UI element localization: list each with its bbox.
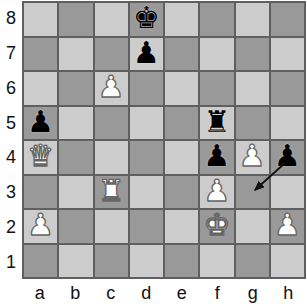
square-f2[interactable]: ♚ <box>200 210 233 243</box>
square-f3[interactable]: ♟ <box>200 176 233 209</box>
square-d7[interactable]: ♟ <box>130 38 163 71</box>
square-a2[interactable]: ♟ <box>24 210 57 243</box>
rank-label-4: 4 <box>0 140 22 175</box>
square-h3[interactable] <box>271 176 304 209</box>
file-label-a: a <box>22 279 58 306</box>
square-d8[interactable]: ♚ <box>130 3 163 36</box>
square-f7[interactable] <box>200 38 233 71</box>
square-g2[interactable] <box>236 210 269 243</box>
file-label-e: e <box>164 279 200 306</box>
square-d4[interactable] <box>130 141 163 174</box>
square-h8[interactable] <box>271 3 304 36</box>
square-c8[interactable] <box>95 3 128 36</box>
square-g7[interactable] <box>236 38 269 71</box>
square-h4[interactable]: ♟ <box>271 141 304 174</box>
square-a3[interactable] <box>24 176 57 209</box>
square-e4[interactable] <box>165 141 198 174</box>
square-g3[interactable] <box>236 176 269 209</box>
square-c6[interactable]: ♟ <box>95 72 128 105</box>
square-e3[interactable] <box>165 176 198 209</box>
square-c1[interactable] <box>95 245 128 278</box>
square-f1[interactable] <box>200 245 233 278</box>
chess-diagram: 87654321 ♚♟♟♟♜♛♟♟♟♜♟♟♚♟ abcdefgh <box>0 0 306 306</box>
square-g1[interactable] <box>236 245 269 278</box>
rank-label-3: 3 <box>0 175 22 210</box>
chess-board: ♚♟♟♟♜♛♟♟♟♜♟♟♚♟ <box>22 1 306 279</box>
white-pawn-h2[interactable]: ♟ <box>274 210 301 240</box>
square-a7[interactable] <box>24 38 57 71</box>
rank-labels: 87654321 <box>0 1 22 279</box>
square-h2[interactable]: ♟ <box>271 210 304 243</box>
rank-label-7: 7 <box>0 36 22 71</box>
square-a1[interactable] <box>24 245 57 278</box>
square-e5[interactable] <box>165 107 198 140</box>
square-g4[interactable]: ♟ <box>236 141 269 174</box>
square-b5[interactable] <box>59 107 92 140</box>
square-c2[interactable] <box>95 210 128 243</box>
square-e8[interactable] <box>165 3 198 36</box>
square-e2[interactable] <box>165 210 198 243</box>
file-label-d: d <box>129 279 165 306</box>
square-d3[interactable] <box>130 176 163 209</box>
square-b3[interactable] <box>59 176 92 209</box>
white-king-f2[interactable]: ♚ <box>203 210 230 240</box>
file-label-h: h <box>271 279 307 306</box>
square-b2[interactable] <box>59 210 92 243</box>
square-a8[interactable] <box>24 3 57 36</box>
square-h6[interactable] <box>271 72 304 105</box>
rank-label-2: 2 <box>0 210 22 245</box>
black-king-d8[interactable]: ♚ <box>133 3 160 33</box>
file-label-b: b <box>58 279 94 306</box>
white-pawn-f3[interactable]: ♟ <box>203 176 230 206</box>
white-rook-c3[interactable]: ♜ <box>98 176 125 206</box>
black-pawn-d7[interactable]: ♟ <box>133 38 160 68</box>
file-label-g: g <box>235 279 271 306</box>
black-rook-f5[interactable]: ♜ <box>203 107 230 137</box>
square-h5[interactable] <box>271 107 304 140</box>
file-label-c: c <box>93 279 129 306</box>
square-h1[interactable] <box>271 245 304 278</box>
square-b1[interactable] <box>59 245 92 278</box>
rank-label-8: 8 <box>0 1 22 36</box>
square-a6[interactable] <box>24 72 57 105</box>
square-b7[interactable] <box>59 38 92 71</box>
black-pawn-a5[interactable]: ♟ <box>27 107 54 137</box>
white-queen-a4[interactable]: ♛ <box>27 141 54 171</box>
square-c3[interactable]: ♜ <box>95 176 128 209</box>
square-b6[interactable] <box>59 72 92 105</box>
square-d2[interactable] <box>130 210 163 243</box>
square-d6[interactable] <box>130 72 163 105</box>
square-d5[interactable] <box>130 107 163 140</box>
square-a5[interactable]: ♟ <box>24 107 57 140</box>
square-f4[interactable]: ♟ <box>200 141 233 174</box>
rank-label-5: 5 <box>0 105 22 140</box>
square-c5[interactable] <box>95 107 128 140</box>
square-a4[interactable]: ♛ <box>24 141 57 174</box>
square-c4[interactable] <box>95 141 128 174</box>
rank-label-1: 1 <box>0 244 22 279</box>
black-pawn-f4[interactable]: ♟ <box>203 141 230 171</box>
black-pawn-h4[interactable]: ♟ <box>274 141 301 171</box>
square-c7[interactable] <box>95 38 128 71</box>
square-e7[interactable] <box>165 38 198 71</box>
square-f8[interactable] <box>200 3 233 36</box>
square-h7[interactable] <box>271 38 304 71</box>
square-d1[interactable] <box>130 245 163 278</box>
white-pawn-g4[interactable]: ♟ <box>239 141 266 171</box>
square-f6[interactable] <box>200 72 233 105</box>
white-pawn-a2[interactable]: ♟ <box>27 210 54 240</box>
square-g6[interactable] <box>236 72 269 105</box>
square-g5[interactable] <box>236 107 269 140</box>
file-label-f: f <box>200 279 236 306</box>
white-pawn-c6[interactable]: ♟ <box>98 72 125 102</box>
square-g8[interactable] <box>236 3 269 36</box>
rank-label-6: 6 <box>0 71 22 106</box>
square-b8[interactable] <box>59 3 92 36</box>
square-f5[interactable]: ♜ <box>200 107 233 140</box>
square-e1[interactable] <box>165 245 198 278</box>
square-b4[interactable] <box>59 141 92 174</box>
file-labels: abcdefgh <box>22 279 306 306</box>
square-e6[interactable] <box>165 72 198 105</box>
